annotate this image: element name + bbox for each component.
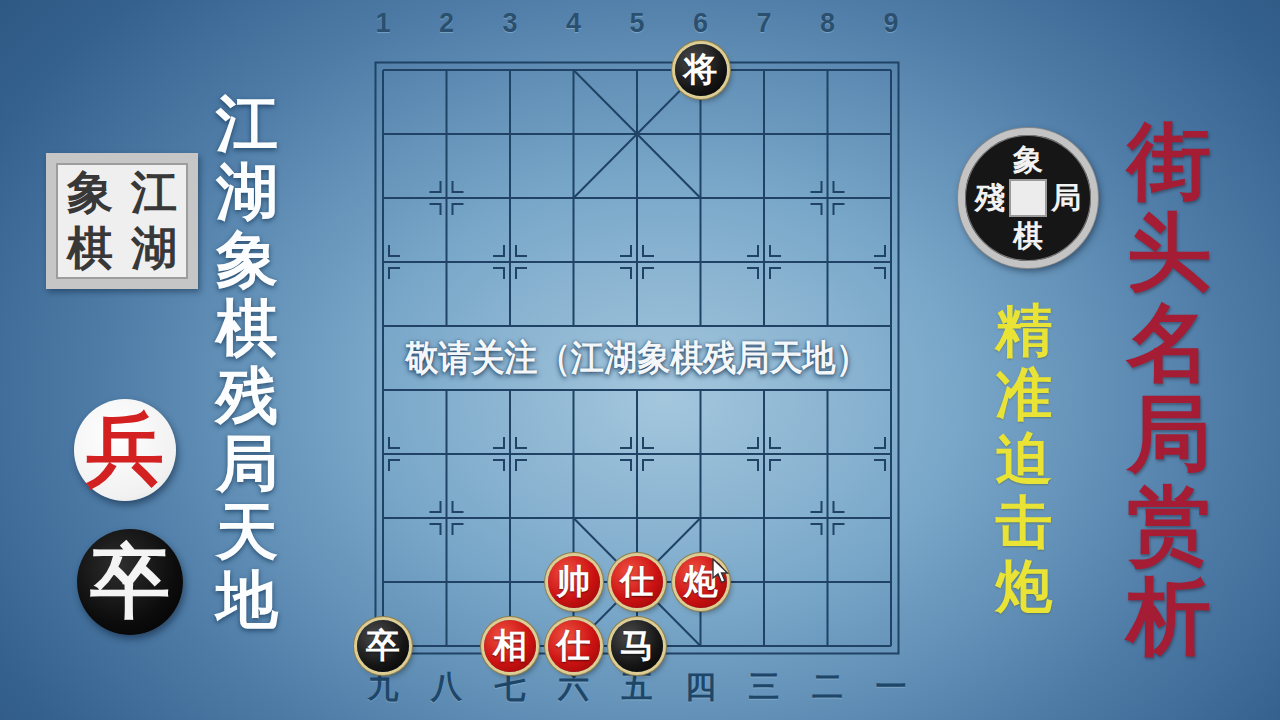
file-label-bottom-二: 二 [812,666,843,708]
file-label-top-6: 6 [693,8,708,39]
seal-char: 棋 [67,226,113,272]
file-label-top-9: 9 [883,8,898,39]
vertical-char: 象 [216,226,278,294]
file-label-bottom-五: 五 [622,666,653,708]
coin-char-left: 殘 [975,183,1005,213]
vertical-char: 头 [1127,207,1211,298]
file-label-bottom-九: 九 [368,666,399,708]
vertical-char: 天 [216,498,278,566]
file-label-top-4: 4 [566,8,581,39]
black-pawn-char: 卒 [90,542,170,622]
file-label-top-1: 1 [375,8,390,39]
piece-black-马[interactable]: 马 [611,620,663,672]
file-label-top-5: 5 [629,8,644,39]
jianghu-xiangqi-square-seal: 象 江 棋 湖 [46,153,198,289]
red-pawn-char: 兵 [86,411,164,489]
vertical-char: 赏 [1127,480,1211,571]
seal-char: 象 [67,170,113,216]
vertical-char: 击 [996,490,1053,554]
coin-char-top: 象 [1013,145,1043,175]
right-vertical-subtitle: 精准迫击炮 [992,298,1056,618]
seal-char: 江 [131,170,177,216]
piece-char: 将 [684,53,718,87]
file-label-bottom-一: 一 [876,666,907,708]
river-notice-text: 敬请关注（江湖象棋残局天地） [403,334,870,383]
file-label-bottom-七: 七 [495,666,526,708]
vertical-char: 炮 [996,554,1053,618]
piece-red-仕[interactable]: 仕 [548,620,600,672]
vertical-char: 名 [1127,298,1211,389]
file-label-top-7: 7 [756,8,771,39]
red-pawn-badge: 兵 [74,399,176,501]
piece-red-仕[interactable]: 仕 [611,556,663,608]
vertical-char: 局 [216,430,278,498]
coin-hole [1009,179,1047,217]
piece-char: 卒 [366,629,400,663]
vertical-char: 街 [1127,116,1211,207]
file-label-bottom-四: 四 [685,666,716,708]
piece-black-将[interactable]: 将 [675,44,727,96]
mouse-cursor-icon [712,558,734,586]
file-label-top-8: 8 [820,8,835,39]
vertical-char: 残 [216,362,278,430]
vertical-char: 江 [216,90,278,158]
vertical-char: 析 [1127,571,1211,662]
vertical-char: 准 [996,362,1053,426]
vertical-char: 精 [996,298,1053,362]
left-vertical-title: 江湖象棋残局天地 [211,90,283,634]
piece-black-卒[interactable]: 卒 [357,620,409,672]
right-vertical-title: 街头名局赏析 [1120,116,1218,662]
vertical-char: 地 [216,566,278,634]
piece-char: 仕 [620,565,654,599]
vertical-char: 局 [1127,389,1211,480]
piece-red-帅[interactable]: 帅 [548,556,600,608]
piece-char: 相 [493,629,527,663]
file-label-bottom-八: 八 [431,666,462,708]
piece-char: 马 [620,629,654,663]
piece-char: 帅 [557,565,591,599]
coin-seal-logo: 象 殘 局 棋 [958,128,1098,268]
seal-characters: 象 江 棋 湖 [56,163,188,279]
file-label-top-3: 3 [502,8,517,39]
seal-char: 湖 [131,226,177,272]
vertical-char: 棋 [216,294,278,362]
file-label-bottom-三: 三 [749,666,780,708]
file-label-bottom-六: 六 [558,666,589,708]
vertical-char: 湖 [216,158,278,226]
vertical-char: 迫 [996,426,1053,490]
black-pawn-badge: 卒 [77,529,183,635]
coin-char-right: 局 [1051,183,1081,213]
file-label-top-2: 2 [439,8,454,39]
piece-char: 仕 [557,629,591,663]
piece-red-相[interactable]: 相 [484,620,536,672]
coin-char-bottom: 棋 [1013,221,1043,251]
